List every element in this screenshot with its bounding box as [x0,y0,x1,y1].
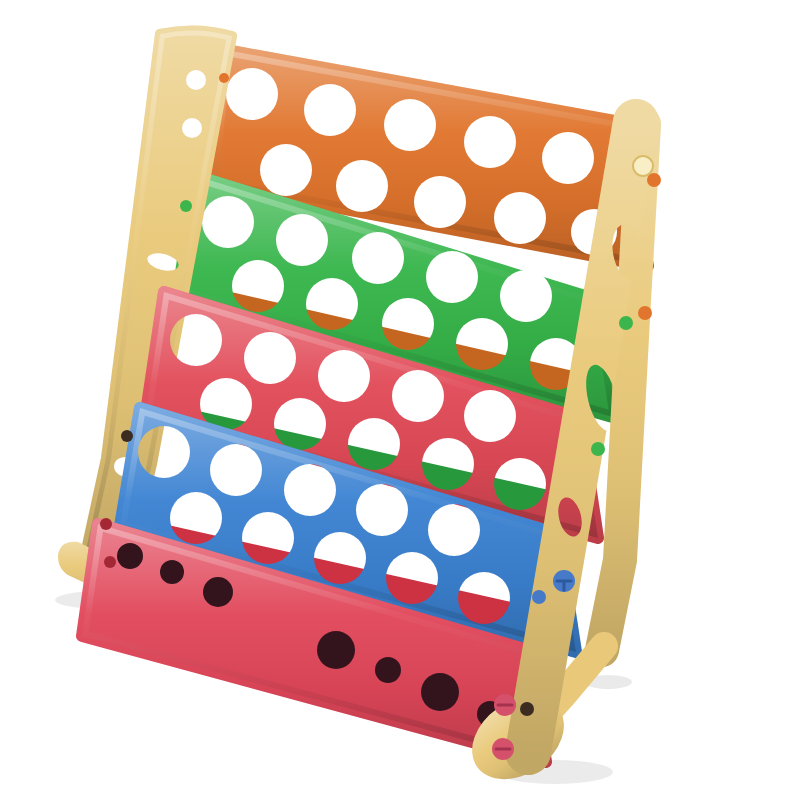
bookshelf-illustration [0,0,800,800]
bottom-shelf-pin-upper [100,518,112,530]
right-frame-blue-pin [532,590,546,604]
right-frame-orange-screw-top [647,173,661,187]
green-shelf-pin [180,200,192,212]
left-frame-top-hole-recess [219,73,229,83]
right-frame-orange-screw-mid [638,306,652,320]
product-photo-canvas [0,0,800,800]
right-frame-green-pin-lower [591,442,605,456]
bottom-shelf-pin-lower [104,556,116,568]
right-frame-green-pin-upper [619,316,633,330]
right-frame-recess [633,156,653,176]
right-foot-dark-hole [520,702,534,716]
left-frame-screw-dark [121,430,133,442]
